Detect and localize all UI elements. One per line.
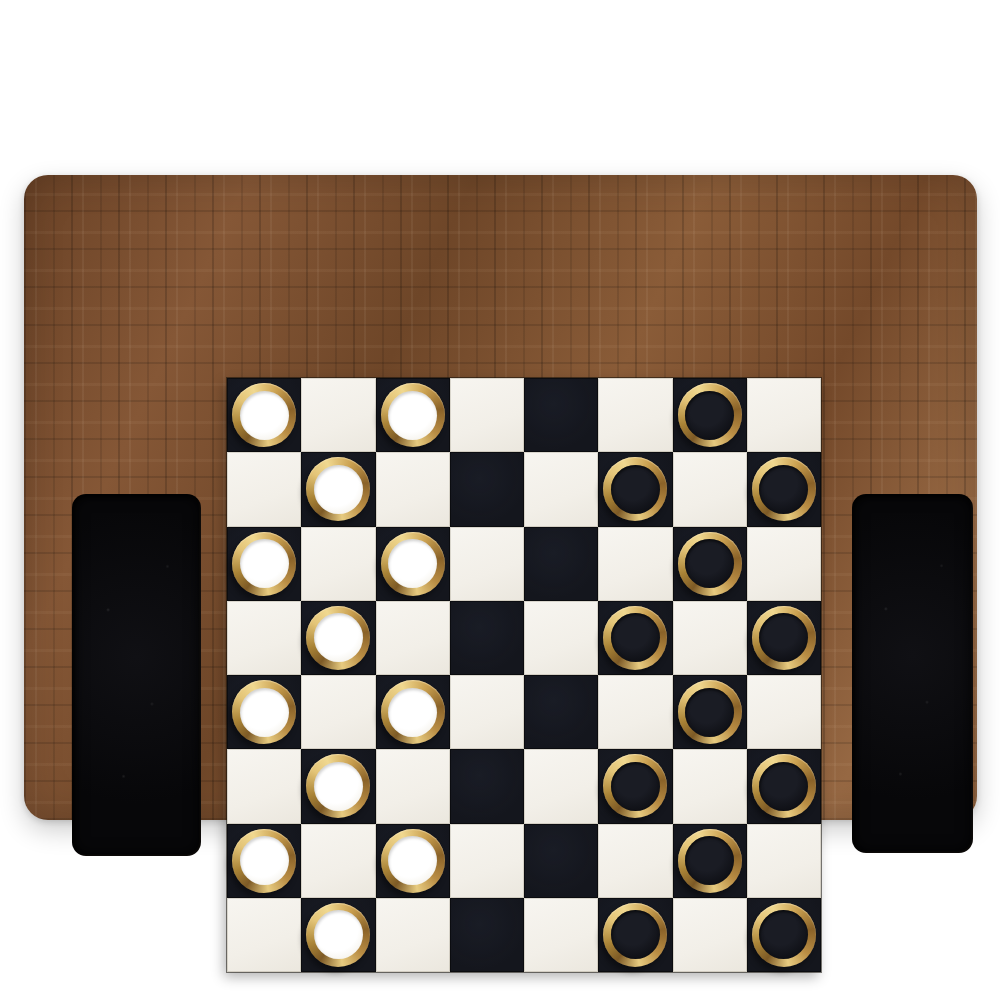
square-r1c2[interactable]: [301, 378, 375, 452]
white-checker[interactable]: [381, 383, 445, 447]
checkers-board: [227, 378, 821, 972]
white-checker[interactable]: [381, 829, 445, 893]
square-r3c5[interactable]: [524, 527, 598, 601]
checker-face: [314, 762, 363, 811]
square-r4c1[interactable]: [227, 601, 301, 675]
checker-face: [240, 836, 289, 885]
square-r8c6[interactable]: [598, 898, 672, 972]
black-checker[interactable]: [752, 606, 816, 670]
square-r5c2[interactable]: [301, 675, 375, 749]
square-r5c1[interactable]: [227, 675, 301, 749]
white-checker[interactable]: [306, 754, 370, 818]
square-r5c6[interactable]: [598, 675, 672, 749]
checker-face: [685, 688, 734, 737]
checker-face: [759, 465, 808, 514]
square-r6c7[interactable]: [673, 749, 747, 823]
white-checker[interactable]: [381, 532, 445, 596]
square-r3c8[interactable]: [747, 527, 821, 601]
square-r7c3[interactable]: [376, 824, 450, 898]
checker-face: [759, 613, 808, 662]
square-r5c8[interactable]: [747, 675, 821, 749]
checker-face: [685, 836, 734, 885]
black-checker[interactable]: [678, 829, 742, 893]
square-r8c8[interactable]: [747, 898, 821, 972]
checker-face: [611, 465, 660, 514]
square-r1c4[interactable]: [450, 378, 524, 452]
square-r4c6[interactable]: [598, 601, 672, 675]
checker-face: [314, 910, 363, 959]
square-r3c3[interactable]: [376, 527, 450, 601]
checker-face: [240, 688, 289, 737]
black-checker[interactable]: [603, 903, 667, 967]
square-r1c3[interactable]: [376, 378, 450, 452]
square-r5c3[interactable]: [376, 675, 450, 749]
checker-face: [611, 613, 660, 662]
checker-face: [314, 613, 363, 662]
square-r3c7[interactable]: [673, 527, 747, 601]
white-checker[interactable]: [306, 606, 370, 670]
square-r2c2[interactable]: [301, 452, 375, 526]
square-r6c5[interactable]: [524, 749, 598, 823]
black-checker[interactable]: [752, 903, 816, 967]
square-r2c4[interactable]: [450, 452, 524, 526]
square-r4c7[interactable]: [673, 601, 747, 675]
square-r5c4[interactable]: [450, 675, 524, 749]
square-r1c7[interactable]: [673, 378, 747, 452]
square-r7c7[interactable]: [673, 824, 747, 898]
black-checker[interactable]: [678, 532, 742, 596]
right-piece-tray[interactable]: [852, 494, 973, 853]
black-checker[interactable]: [752, 457, 816, 521]
square-r4c8[interactable]: [747, 601, 821, 675]
square-r8c4[interactable]: [450, 898, 524, 972]
checker-face: [388, 688, 437, 737]
square-r7c5[interactable]: [524, 824, 598, 898]
square-r3c6[interactable]: [598, 527, 672, 601]
square-r8c1[interactable]: [227, 898, 301, 972]
square-r7c4[interactable]: [450, 824, 524, 898]
square-r4c5[interactable]: [524, 601, 598, 675]
checker-face: [685, 391, 734, 440]
checker-face: [240, 391, 289, 440]
black-checker[interactable]: [678, 383, 742, 447]
square-r8c2[interactable]: [301, 898, 375, 972]
square-r2c7[interactable]: [673, 452, 747, 526]
square-r1c1[interactable]: [227, 378, 301, 452]
checker-face: [314, 465, 363, 514]
square-r4c2[interactable]: [301, 601, 375, 675]
black-checker[interactable]: [678, 680, 742, 744]
white-checker[interactable]: [306, 457, 370, 521]
square-r8c3[interactable]: [376, 898, 450, 972]
wooden-game-board: [24, 175, 977, 820]
checker-face: [611, 910, 660, 959]
square-r3c2[interactable]: [301, 527, 375, 601]
black-checker[interactable]: [603, 754, 667, 818]
square-r6c1[interactable]: [227, 749, 301, 823]
square-r2c8[interactable]: [747, 452, 821, 526]
square-r4c3[interactable]: [376, 601, 450, 675]
square-r3c1[interactable]: [227, 527, 301, 601]
checker-face: [240, 539, 289, 588]
white-checker[interactable]: [232, 680, 296, 744]
checker-face: [685, 539, 734, 588]
square-r2c3[interactable]: [376, 452, 450, 526]
square-r2c1[interactable]: [227, 452, 301, 526]
black-checker[interactable]: [603, 457, 667, 521]
square-r7c1[interactable]: [227, 824, 301, 898]
checker-face: [388, 539, 437, 588]
square-r7c6[interactable]: [598, 824, 672, 898]
white-checker[interactable]: [381, 680, 445, 744]
square-r6c3[interactable]: [376, 749, 450, 823]
square-r8c5[interactable]: [524, 898, 598, 972]
square-r4c4[interactable]: [450, 601, 524, 675]
square-r7c8[interactable]: [747, 824, 821, 898]
square-r6c4[interactable]: [450, 749, 524, 823]
square-r6c2[interactable]: [301, 749, 375, 823]
white-checker[interactable]: [232, 829, 296, 893]
square-r5c5[interactable]: [524, 675, 598, 749]
white-checker[interactable]: [232, 383, 296, 447]
square-r7c2[interactable]: [301, 824, 375, 898]
checker-face: [388, 391, 437, 440]
checker-face: [611, 762, 660, 811]
square-r5c7[interactable]: [673, 675, 747, 749]
checker-face: [388, 836, 437, 885]
white-checker[interactable]: [306, 903, 370, 967]
checker-face: [759, 762, 808, 811]
black-checker[interactable]: [752, 754, 816, 818]
square-r6c6[interactable]: [598, 749, 672, 823]
square-r1c6[interactable]: [598, 378, 672, 452]
square-r8c7[interactable]: [673, 898, 747, 972]
white-checker[interactable]: [232, 532, 296, 596]
black-checker[interactable]: [603, 606, 667, 670]
scene: [0, 0, 1000, 1000]
checker-face: [759, 910, 808, 959]
square-r6c8[interactable]: [747, 749, 821, 823]
square-r3c4[interactable]: [450, 527, 524, 601]
square-r2c5[interactable]: [524, 452, 598, 526]
square-r1c5[interactable]: [524, 378, 598, 452]
left-piece-tray[interactable]: [72, 494, 201, 856]
square-r2c6[interactable]: [598, 452, 672, 526]
square-r1c8[interactable]: [747, 378, 821, 452]
